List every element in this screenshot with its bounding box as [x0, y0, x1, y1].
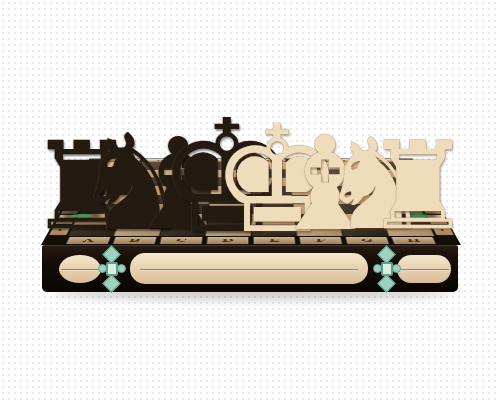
clasp-petal	[117, 264, 126, 273]
wood-inlay-right	[397, 255, 451, 283]
clasp-petal	[102, 274, 120, 292]
clasp-buckle	[106, 262, 118, 276]
clasp-buckle	[381, 262, 393, 276]
chess-set-photo: ABCDEFGH8877665544332211ABCDEFGH ♜♞♝♚♚♝♞…	[0, 0, 500, 400]
clasp-petal	[392, 264, 401, 273]
clasp-petal	[377, 274, 395, 292]
piece-white-rook: ♜	[364, 126, 472, 247]
